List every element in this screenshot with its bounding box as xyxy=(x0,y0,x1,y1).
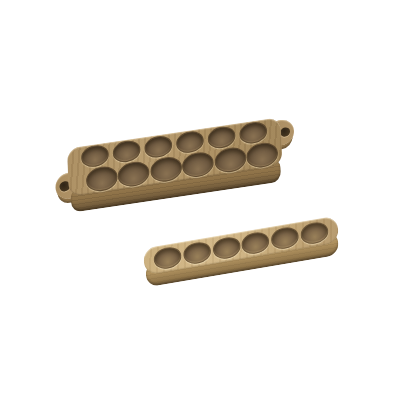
pit-double_row-r2-c4[interactable] xyxy=(182,150,215,179)
pit-double_row-r2-c5[interactable] xyxy=(214,145,247,174)
pit-single_row-r1-c3[interactable] xyxy=(212,235,241,261)
pit-single_row-r1-c4[interactable] xyxy=(241,230,270,256)
pit-double_row-r2-c3[interactable] xyxy=(150,155,183,184)
pit-single_row-r1-c5[interactable] xyxy=(270,225,299,251)
pit-single_row-r1-c1[interactable] xyxy=(153,245,182,271)
pit-single_row-r1-c2[interactable] xyxy=(182,240,211,266)
pit-single_row-r1-c6[interactable] xyxy=(300,220,329,246)
mancala-board-double-row xyxy=(67,117,283,213)
photo-stage xyxy=(0,0,400,400)
hanging-hole-right-icon xyxy=(280,127,290,138)
pit-double_row-r2-c2[interactable] xyxy=(117,159,150,188)
pit-double_row-r2-c1[interactable] xyxy=(85,164,118,193)
mancala-board-single-row xyxy=(143,216,340,288)
pit-double_row-r2-c6[interactable] xyxy=(246,140,279,169)
